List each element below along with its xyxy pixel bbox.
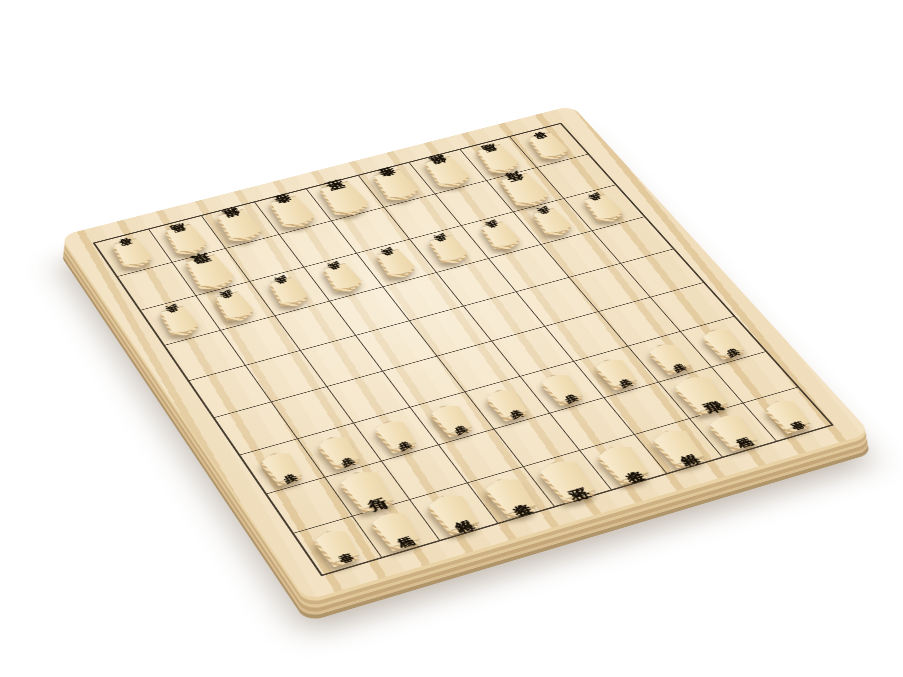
board-plate: 香車桂馬銀将金将王将金将銀将桂馬香車飛車角行歩兵歩兵歩兵歩兵歩兵歩兵歩兵歩兵歩兵… — [60, 105, 871, 600]
piece-sente-lance[interactable]: 香車 — [758, 396, 817, 433]
piece-gote-gold[interactable]: 金将 — [263, 194, 323, 230]
shogi-board: 香車桂馬銀将金将王将金将銀将桂馬香車飛車角行歩兵歩兵歩兵歩兵歩兵歩兵歩兵歩兵歩兵… — [60, 105, 871, 600]
piece-sente-lance[interactable]: 香車 — [308, 526, 367, 566]
piece-sente-pawn[interactable]: 歩兵 — [424, 401, 479, 436]
piece-gote-pawn[interactable]: 歩兵 — [371, 247, 422, 278]
piece-gote-pawn[interactable]: 歩兵 — [209, 290, 260, 322]
piece-gote-lance[interactable]: 香車 — [107, 236, 159, 269]
piece-gote-silver[interactable]: 銀将 — [210, 207, 270, 243]
piece-sente-pawn[interactable]: 歩兵 — [312, 432, 367, 468]
piece-gote-pawn[interactable]: 歩兵 — [578, 193, 629, 223]
piece-gote-pawn[interactable]: 歩兵 — [527, 206, 578, 236]
piece-sente-pawn[interactable]: 歩兵 — [642, 340, 697, 373]
piece-sente-pawn[interactable]: 歩兵 — [535, 370, 590, 404]
piece-sente-pawn[interactable]: 歩兵 — [255, 448, 310, 484]
piece-gote-knight[interactable]: 桂馬 — [159, 222, 215, 256]
piece-sente-pawn[interactable]: 歩兵 — [589, 355, 644, 389]
piece-sente-pawn[interactable]: 歩兵 — [368, 416, 423, 451]
board-grid: 香車桂馬銀将金将王将金将銀将桂馬香車飛車角行歩兵歩兵歩兵歩兵歩兵歩兵歩兵歩兵歩兵… — [93, 123, 834, 577]
piece-gote-pawn[interactable]: 歩兵 — [154, 304, 205, 337]
piece-gote-lance[interactable]: 香車 — [523, 130, 575, 160]
piece-gote-pawn[interactable]: 歩兵 — [475, 220, 526, 251]
piece-sente-pawn[interactable]: 歩兵 — [696, 325, 751, 358]
piece-gote-pawn[interactable]: 歩兵 — [317, 261, 368, 293]
piece-gote-pawn[interactable]: 歩兵 — [264, 275, 315, 307]
piece-gote-pawn[interactable]: 歩兵 — [423, 233, 474, 264]
piece-sente-knight[interactable]: 桂馬 — [364, 507, 428, 549]
photo-canvas: 香車桂馬銀将金将王将金将銀将桂馬香車飛車角行歩兵歩兵歩兵歩兵歩兵歩兵歩兵歩兵歩兵… — [0, 0, 903, 677]
piece-sente-pawn[interactable]: 歩兵 — [480, 385, 535, 420]
piece-gote-knight[interactable]: 桂馬 — [470, 142, 526, 174]
